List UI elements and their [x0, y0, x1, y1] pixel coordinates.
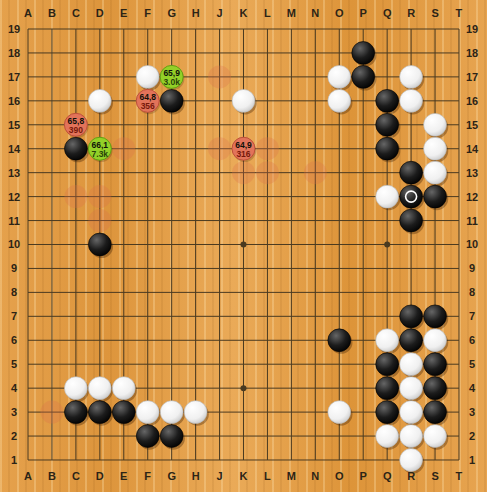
coord-label-right: 18: [466, 47, 478, 59]
stone-white: [400, 89, 423, 112]
stone-black: [160, 425, 183, 448]
heat-spot: [88, 185, 111, 208]
coord-label-bottom: N: [311, 470, 319, 482]
coord-label-top: G: [167, 7, 176, 19]
visits-label: 390: [69, 125, 83, 135]
coord-label-right: 11: [466, 215, 478, 227]
coord-label-right: 14: [466, 143, 479, 155]
coord-label-left: 15: [8, 119, 20, 131]
coord-label-top: B: [48, 7, 56, 19]
stone-white: [424, 329, 447, 352]
coord-label-right: 16: [466, 95, 478, 107]
coord-label-top: E: [120, 7, 127, 19]
coord-label-right: 3: [469, 406, 475, 418]
stone-black: [64, 137, 87, 160]
go-board[interactable]: 66,17.3k65,93.0k65,839064,835664,9316 AA…: [0, 0, 487, 492]
stone-black: [424, 353, 447, 376]
stone-black: [424, 305, 447, 328]
coord-label-left: 19: [8, 23, 20, 35]
stone-white: [88, 377, 111, 400]
coord-label-top: H: [192, 7, 200, 19]
stone-white: [400, 353, 423, 376]
coord-label-right: 5: [469, 358, 475, 370]
heat-spot: [112, 137, 135, 160]
stone-white: [400, 449, 423, 472]
move-suggestion[interactable]: 66,17.3k: [88, 137, 112, 162]
stone-white: [136, 401, 159, 424]
coord-label-right: 10: [466, 238, 478, 250]
stone-white: [112, 377, 135, 400]
stone-black: [400, 305, 423, 328]
coord-label-bottom: A: [24, 470, 32, 482]
stone-black: [136, 425, 159, 448]
coord-label-left: 16: [8, 95, 20, 107]
coord-label-bottom: S: [431, 470, 438, 482]
coord-label-bottom: G: [167, 470, 176, 482]
coord-label-left: 17: [8, 71, 20, 83]
stone-black: [88, 233, 111, 256]
coord-label-bottom: D: [96, 470, 104, 482]
visits-label: 356: [141, 101, 155, 111]
star-point: [384, 241, 390, 247]
stone-black: [376, 89, 399, 112]
visits-label: 3.0k: [163, 77, 180, 87]
coord-label-left: 18: [8, 47, 20, 59]
coord-label-top: N: [311, 7, 319, 19]
heat-spot: [256, 137, 279, 160]
stone-white: [160, 401, 183, 424]
stone-black: [424, 401, 447, 424]
stone-black: [400, 329, 423, 352]
coord-label-top: S: [431, 7, 438, 19]
move-suggestion[interactable]: 65,8390: [64, 113, 88, 138]
star-point: [240, 241, 246, 247]
stone-black: [64, 401, 87, 424]
stone-white: [88, 89, 111, 112]
coord-label-left: 2: [11, 430, 17, 442]
heat-spot: [64, 185, 87, 208]
coord-label-left: 3: [11, 406, 17, 418]
coord-label-left: 14: [8, 143, 21, 155]
stone-black: [376, 401, 399, 424]
coord-label-bottom: B: [48, 470, 56, 482]
coord-label-top: F: [144, 7, 151, 19]
coord-label-bottom: K: [240, 470, 248, 482]
board-svg[interactable]: 66,17.3k65,93.0k65,839064,835664,9316 AA…: [0, 0, 487, 492]
heat-spot: [232, 161, 255, 184]
stone-white: [400, 425, 423, 448]
coord-label-left: 12: [8, 191, 20, 203]
coord-label-right: 2: [469, 430, 475, 442]
stone-white: [328, 65, 351, 88]
stone-white: [232, 89, 255, 112]
visits-label: 7.3k: [92, 149, 109, 159]
stone-white: [376, 329, 399, 352]
stone-black: [376, 377, 399, 400]
coord-label-right: 12: [466, 191, 478, 203]
coord-label-top: R: [407, 7, 415, 19]
heat-spot: [304, 161, 327, 184]
coord-label-left: 5: [11, 358, 17, 370]
coord-label-top: C: [72, 7, 80, 19]
coord-label-left: 13: [8, 167, 20, 179]
stone-white: [184, 401, 207, 424]
coord-label-left: 9: [11, 262, 17, 274]
coord-label-top: A: [24, 7, 32, 19]
move-suggestion[interactable]: 64,9316: [232, 137, 256, 162]
coord-label-top: Q: [383, 7, 392, 19]
coord-label-right: 4: [469, 382, 476, 394]
coord-label-top: T: [456, 7, 463, 19]
coord-label-top: L: [264, 7, 271, 19]
stone-black: [352, 42, 375, 65]
coord-label-left: 6: [11, 334, 17, 346]
stone-white: [424, 137, 447, 160]
coord-label-left: 4: [11, 382, 18, 394]
coord-label-bottom: H: [192, 470, 200, 482]
coord-label-bottom: F: [144, 470, 151, 482]
coord-label-bottom: C: [72, 470, 80, 482]
coord-label-left: 1: [11, 454, 17, 466]
coord-label-right: 19: [466, 23, 478, 35]
coord-label-bottom: E: [120, 470, 127, 482]
move-suggestion[interactable]: 64,8356: [136, 89, 160, 114]
heat-spot: [40, 401, 63, 424]
coord-label-left: 10: [8, 238, 20, 250]
stone-black: [112, 401, 135, 424]
stone-white: [136, 65, 159, 88]
stone-black: [424, 185, 447, 208]
stone-white: [64, 377, 87, 400]
stone-white: [400, 65, 423, 88]
coord-label-bottom: M: [287, 470, 296, 482]
coord-label-top: M: [287, 7, 296, 19]
coord-label-left: 7: [11, 310, 17, 322]
visits-label: 316: [236, 149, 250, 159]
stone-black: [328, 329, 351, 352]
stone-white: [400, 377, 423, 400]
coord-label-right: 15: [466, 119, 478, 131]
coord-label-top: J: [216, 7, 222, 19]
coord-label-top: D: [96, 7, 104, 19]
coord-label-top: K: [240, 7, 248, 19]
coord-label-top: O: [335, 7, 344, 19]
coord-label-bottom: P: [360, 470, 367, 482]
heat-spot: [88, 209, 111, 232]
move-suggestion[interactable]: 65,93.0k: [160, 65, 184, 90]
coord-label-right: 17: [466, 71, 478, 83]
coord-label-right: 8: [469, 286, 475, 298]
stone-black: [160, 89, 183, 112]
stone-white: [328, 401, 351, 424]
stone-black: [376, 113, 399, 136]
stones: [64, 42, 448, 474]
coord-label-right: 7: [469, 310, 475, 322]
coord-label-top: P: [360, 7, 367, 19]
stone-white: [400, 401, 423, 424]
coord-label-right: 9: [469, 262, 475, 274]
stone-black: [424, 377, 447, 400]
coord-label-right: 6: [469, 334, 475, 346]
stone-white: [376, 425, 399, 448]
coord-label-bottom: R: [407, 470, 415, 482]
stone-black: [400, 161, 423, 184]
heat-spot: [256, 161, 279, 184]
coord-label-left: 11: [8, 215, 20, 227]
coord-label-bottom: L: [264, 470, 271, 482]
coord-label-right: 1: [469, 454, 475, 466]
stone-black: [352, 65, 375, 88]
stone-black: [400, 209, 423, 232]
stone-black: [400, 185, 423, 208]
heat-spot: [208, 65, 231, 88]
coord-label-bottom: Q: [383, 470, 392, 482]
heat-spot: [208, 137, 231, 160]
stone-black: [376, 353, 399, 376]
stone-white: [328, 89, 351, 112]
stone-black: [88, 401, 111, 424]
coord-label-left: 8: [11, 286, 17, 298]
coord-label-bottom: T: [456, 470, 463, 482]
stone-white: [424, 113, 447, 136]
stone-black: [376, 137, 399, 160]
stone-white: [424, 425, 447, 448]
stone-white: [424, 161, 447, 184]
stone-white: [376, 185, 399, 208]
star-point: [240, 385, 246, 391]
coord-label-bottom: O: [335, 470, 344, 482]
coord-label-right: 13: [466, 167, 478, 179]
coord-label-bottom: J: [216, 470, 222, 482]
